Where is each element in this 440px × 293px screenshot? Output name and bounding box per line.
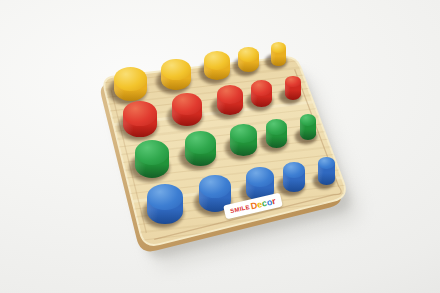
cylinder-red-size4[interactable] xyxy=(251,80,272,107)
cylinder-yellow-size2[interactable] xyxy=(161,59,191,91)
cylinder-yellow-size1[interactable] xyxy=(114,67,147,101)
cylinder-top xyxy=(230,124,257,144)
cylinder-top xyxy=(238,47,259,62)
cylinder-red-size5[interactable] xyxy=(285,76,301,101)
cylinder-blue-size4[interactable] xyxy=(283,162,305,193)
cylinder-top xyxy=(147,184,183,210)
cylinder-top xyxy=(185,131,216,154)
cylinder-top xyxy=(251,80,272,95)
cylinder-grid xyxy=(0,0,440,293)
cylinder-top xyxy=(283,162,305,178)
cylinder-green-size1[interactable] xyxy=(135,140,170,178)
brand-letter: r xyxy=(271,196,276,206)
cylinder-top xyxy=(204,51,230,70)
scene: SMILE Decor xyxy=(0,0,440,293)
cylinder-green-size4[interactable] xyxy=(266,119,288,148)
brand-word-smile: SMILE xyxy=(230,204,251,214)
cylinder-top xyxy=(246,167,274,187)
cylinder-top xyxy=(161,59,191,81)
cylinder-yellow-size4[interactable] xyxy=(238,47,259,73)
cylinder-yellow-size5[interactable] xyxy=(271,42,287,65)
cylinder-red-size1[interactable] xyxy=(123,101,157,137)
cylinder-top xyxy=(217,85,243,104)
cylinder-top xyxy=(123,101,157,126)
cylinder-green-size5[interactable] xyxy=(300,114,316,140)
cylinder-red-size3[interactable] xyxy=(217,85,243,115)
cylinder-top xyxy=(114,67,147,91)
cylinder-green-size2[interactable] xyxy=(185,131,216,166)
cylinder-blue-size1[interactable] xyxy=(147,184,183,224)
cylinder-top xyxy=(199,175,231,198)
cylinder-red-size2[interactable] xyxy=(172,93,202,126)
cylinder-yellow-size3[interactable] xyxy=(204,51,230,80)
cylinder-top xyxy=(172,93,202,115)
cylinder-top xyxy=(285,76,301,88)
cylinder-top xyxy=(318,157,335,169)
cylinder-blue-size5[interactable] xyxy=(318,157,335,185)
cylinder-green-size3[interactable] xyxy=(230,124,257,156)
cylinder-top xyxy=(266,119,288,135)
